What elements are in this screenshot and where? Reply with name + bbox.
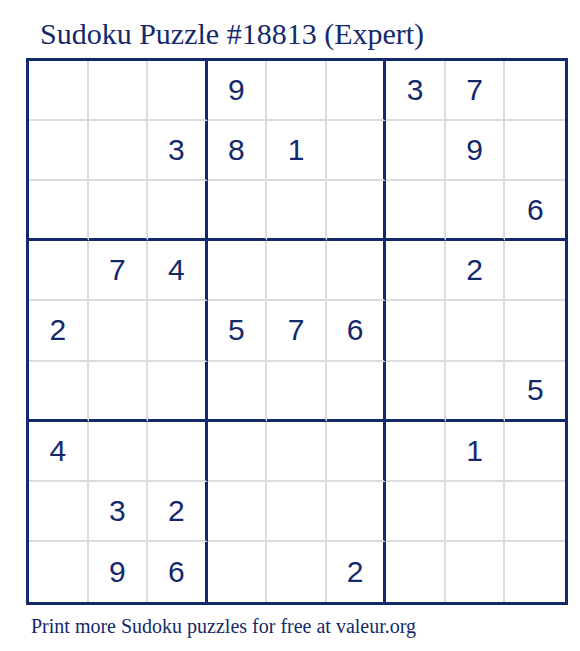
sudoku-cell-r8c9[interactable] — [505, 482, 565, 542]
sudoku-cell-r3c3[interactable] — [148, 181, 208, 241]
sudoku-cell-r3c4[interactable] — [208, 181, 268, 241]
sudoku-cell-r2c9[interactable] — [505, 121, 565, 181]
sudoku-cell-r6c9[interactable]: 5 — [505, 362, 565, 422]
sudoku-cell-r8c3[interactable]: 2 — [148, 482, 208, 542]
sudoku-cell-r7c7[interactable] — [386, 422, 446, 482]
sudoku-cell-r5c6[interactable]: 6 — [327, 301, 387, 361]
sudoku-cell-r9c2[interactable]: 9 — [89, 542, 149, 602]
sudoku-cell-r2c4[interactable]: 8 — [208, 121, 268, 181]
sudoku-cell-r9c4[interactable] — [208, 542, 268, 602]
sudoku-cell-r5c2[interactable] — [89, 301, 149, 361]
sudoku-cell-r5c4[interactable]: 5 — [208, 301, 268, 361]
sudoku-cell-r6c8[interactable] — [446, 362, 506, 422]
page: Sudoku Puzzle #18813 (Expert) 9373819674… — [0, 0, 580, 651]
sudoku-cell-r5c9[interactable] — [505, 301, 565, 361]
sudoku-cell-r4c8[interactable]: 2 — [446, 241, 506, 301]
sudoku-cell-r2c6[interactable] — [327, 121, 387, 181]
sudoku-cell-r9c7[interactable] — [386, 542, 446, 602]
sudoku-cell-r9c3[interactable]: 6 — [148, 542, 208, 602]
sudoku-cell-r1c9[interactable] — [505, 61, 565, 121]
sudoku-cell-r1c5[interactable] — [267, 61, 327, 121]
sudoku-cell-r4c1[interactable] — [29, 241, 89, 301]
sudoku-cell-r6c5[interactable] — [267, 362, 327, 422]
sudoku-cell-r4c5[interactable] — [267, 241, 327, 301]
sudoku-cell-r1c3[interactable] — [148, 61, 208, 121]
sudoku-cell-r5c3[interactable] — [148, 301, 208, 361]
sudoku-cell-r1c2[interactable] — [89, 61, 149, 121]
sudoku-cell-r6c7[interactable] — [386, 362, 446, 422]
sudoku-cell-r8c7[interactable] — [386, 482, 446, 542]
sudoku-cell-r5c5[interactable]: 7 — [267, 301, 327, 361]
sudoku-cell-r1c8[interactable]: 7 — [446, 61, 506, 121]
sudoku-cell-r1c4[interactable]: 9 — [208, 61, 268, 121]
puzzle-title: Sudoku Puzzle #18813 (Expert) — [40, 17, 424, 51]
sudoku-cell-r2c2[interactable] — [89, 121, 149, 181]
sudoku-cell-r7c4[interactable] — [208, 422, 268, 482]
sudoku-cell-r4c2[interactable]: 7 — [89, 241, 149, 301]
sudoku-cell-r2c5[interactable]: 1 — [267, 121, 327, 181]
sudoku-cell-r2c3[interactable]: 3 — [148, 121, 208, 181]
sudoku-cell-r4c6[interactable] — [327, 241, 387, 301]
sudoku-board: 93738196742257654132962 — [26, 58, 568, 605]
sudoku-cell-r3c2[interactable] — [89, 181, 149, 241]
footer-note: Print more Sudoku puzzles for free at va… — [31, 615, 416, 638]
sudoku-cell-r8c4[interactable] — [208, 482, 268, 542]
sudoku-cell-r6c3[interactable] — [148, 362, 208, 422]
sudoku-cell-r6c6[interactable] — [327, 362, 387, 422]
sudoku-cell-r8c8[interactable] — [446, 482, 506, 542]
sudoku-cell-r9c6[interactable]: 2 — [327, 542, 387, 602]
sudoku-cell-r7c9[interactable] — [505, 422, 565, 482]
sudoku-cell-r7c2[interactable] — [89, 422, 149, 482]
sudoku-cell-r8c5[interactable] — [267, 482, 327, 542]
sudoku-cell-r3c9[interactable]: 6 — [505, 181, 565, 241]
sudoku-cell-r5c8[interactable] — [446, 301, 506, 361]
sudoku-cell-r1c7[interactable]: 3 — [386, 61, 446, 121]
sudoku-cell-r8c1[interactable] — [29, 482, 89, 542]
sudoku-cell-r2c1[interactable] — [29, 121, 89, 181]
sudoku-cell-r7c1[interactable]: 4 — [29, 422, 89, 482]
sudoku-cell-r1c1[interactable] — [29, 61, 89, 121]
sudoku-cell-r3c1[interactable] — [29, 181, 89, 241]
sudoku-cell-r4c9[interactable] — [505, 241, 565, 301]
sudoku-cell-r2c8[interactable]: 9 — [446, 121, 506, 181]
sudoku-cell-r4c3[interactable]: 4 — [148, 241, 208, 301]
sudoku-cell-r9c5[interactable] — [267, 542, 327, 602]
sudoku-cell-r3c8[interactable] — [446, 181, 506, 241]
sudoku-cell-r8c6[interactable] — [327, 482, 387, 542]
sudoku-cell-r4c4[interactable] — [208, 241, 268, 301]
sudoku-cell-r2c7[interactable] — [386, 121, 446, 181]
sudoku-cell-r6c4[interactable] — [208, 362, 268, 422]
sudoku-cell-r6c2[interactable] — [89, 362, 149, 422]
sudoku-cell-r7c8[interactable]: 1 — [446, 422, 506, 482]
sudoku-cell-r3c5[interactable] — [267, 181, 327, 241]
sudoku-cell-r1c6[interactable] — [327, 61, 387, 121]
sudoku-cell-r7c3[interactable] — [148, 422, 208, 482]
sudoku-cell-r7c6[interactable] — [327, 422, 387, 482]
sudoku-cell-r3c7[interactable] — [386, 181, 446, 241]
sudoku-cell-r8c2[interactable]: 3 — [89, 482, 149, 542]
sudoku-cell-r9c8[interactable] — [446, 542, 506, 602]
sudoku-cell-r4c7[interactable] — [386, 241, 446, 301]
sudoku-cell-r6c1[interactable] — [29, 362, 89, 422]
sudoku-cell-r9c1[interactable] — [29, 542, 89, 602]
sudoku-cell-r3c6[interactable] — [327, 181, 387, 241]
sudoku-cell-r5c1[interactable]: 2 — [29, 301, 89, 361]
sudoku-cell-r5c7[interactable] — [386, 301, 446, 361]
sudoku-cell-r7c5[interactable] — [267, 422, 327, 482]
sudoku-cell-r9c9[interactable] — [505, 542, 565, 602]
